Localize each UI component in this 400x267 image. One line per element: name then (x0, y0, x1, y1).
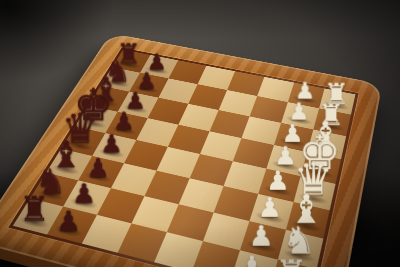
rook-glyph: ♜ (251, 255, 332, 267)
photo-stage: ♜♞♝♛♚♝♞♜♟♟♟♟♟♟♟♟♟♟♟♟♟♟♟♟♜♞♝♛♚♝♜♜ (0, 0, 400, 267)
pawn-glyph: ♟ (31, 207, 106, 235)
chess-board: ♜♞♝♛♚♝♞♜♟♟♟♟♟♟♟♟♟♟♟♟♟♟♟♟♜♞♝♛♚♝♜♜ (0, 33, 382, 267)
board-scene: ♜♞♝♛♚♝♞♜♟♟♟♟♟♟♟♟♟♟♟♟♟♟♟♟♜♞♝♛♚♝♜♜ (0, 0, 400, 267)
